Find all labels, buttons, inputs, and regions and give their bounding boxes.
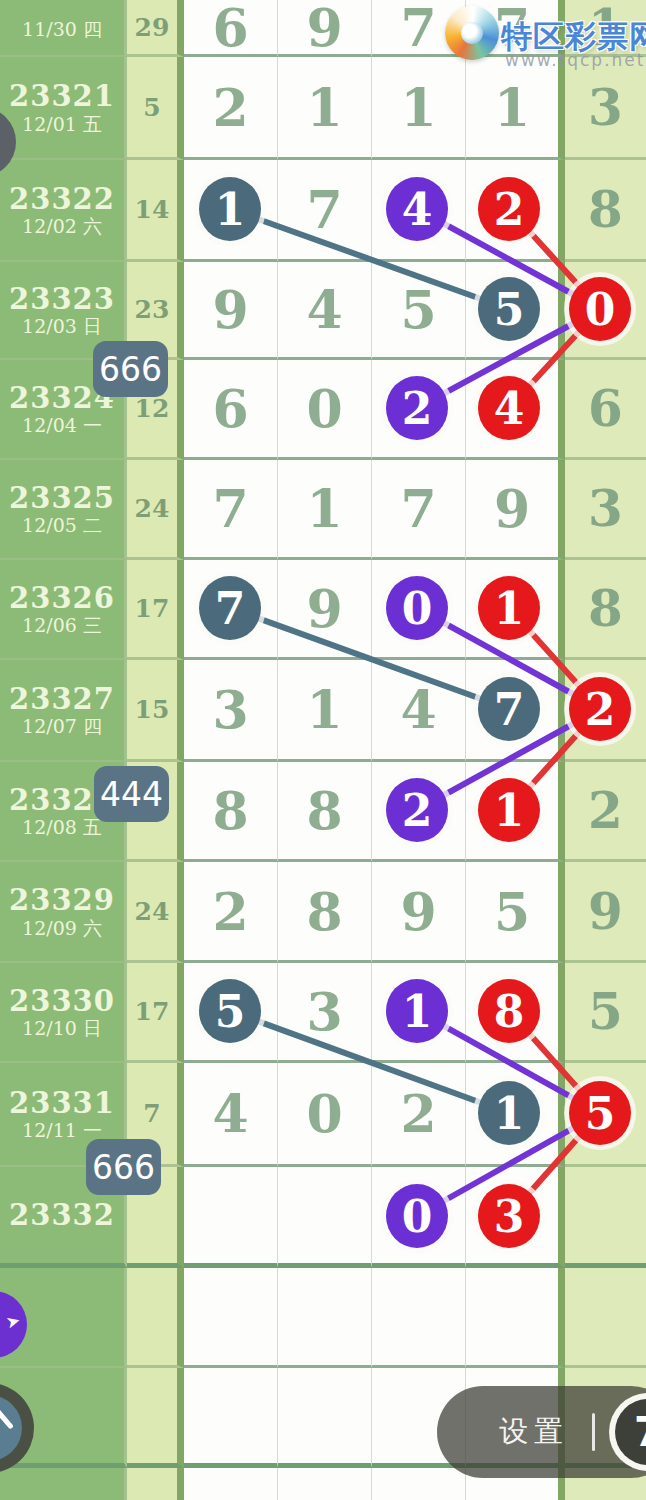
digit-cell: 0 — [278, 360, 372, 460]
issue-number: 23326 — [9, 583, 115, 613]
digit-cell: 7 — [278, 160, 372, 262]
last-digit-cell: 2 — [565, 762, 646, 862]
digit-cell: 4 — [184, 1063, 278, 1167]
digit-cell: 1 — [466, 57, 565, 160]
trend-grid: 11/30 四29697712332112/01 五5211132332212/… — [0, 0, 646, 1500]
digit-cell: 3 — [278, 963, 372, 1063]
issue-number: 23329 — [9, 885, 115, 915]
digit-cell: 0 — [278, 1063, 372, 1167]
draw-date: 12/07 四 — [22, 717, 102, 736]
digit-cell: 2 — [372, 1063, 466, 1167]
circled-digit-red: 8 — [478, 979, 540, 1043]
digit-cell: 7 — [184, 460, 278, 560]
logo-swirl-icon — [445, 6, 499, 60]
digit-cell: 6 — [184, 360, 278, 460]
circled-digit-slate: 5 — [199, 979, 261, 1043]
b-value-cell: 5 — [127, 57, 184, 160]
draw-date: 12/03 日 — [22, 317, 102, 336]
digit-cell — [278, 1368, 372, 1468]
issue-cell: 2332112/01 五 — [0, 57, 127, 160]
annotation-chip[interactable]: 666 — [86, 1139, 161, 1195]
circled-digit-red: 2 — [569, 677, 631, 741]
last-digit-cell: 3 — [565, 57, 646, 160]
digit-cell: 2 — [184, 862, 278, 963]
chart-row: 2332212/02 六1478 — [0, 160, 646, 262]
annotation-chip[interactable]: 444 — [94, 766, 169, 822]
digit-cell: 8 — [278, 862, 372, 963]
digit-cell: 1 — [372, 57, 466, 160]
circled-digit-slate: 5 — [478, 277, 540, 341]
issue-number: 23330 — [9, 986, 115, 1016]
chart-row: 2332612/06 三1798 — [0, 560, 646, 660]
issue-number: 23321 — [9, 81, 115, 111]
b-value-cell: 15 — [127, 660, 184, 762]
circled-digit-purple: 1 — [386, 979, 448, 1043]
last-digit-cell: 6 — [565, 360, 646, 460]
digit-cell — [184, 1368, 278, 1468]
digit-cell: 9 — [184, 262, 278, 360]
last-digit-cell: 8 — [565, 160, 646, 262]
circled-digit-purple: 0 — [386, 1184, 448, 1248]
circled-digit-slate: 1 — [199, 177, 261, 241]
draw-date: 12/05 二 — [22, 516, 102, 535]
digit-cell: 4 — [278, 262, 372, 360]
digit-cell: 9 — [372, 862, 466, 963]
digit-cell: 2 — [184, 57, 278, 160]
issue-cell: 2332512/05 二 — [0, 460, 127, 560]
digit-cell: 1 — [278, 57, 372, 160]
digit-cell — [184, 1167, 278, 1268]
b-value-cell: 29 — [127, 0, 184, 57]
b-value-cell — [127, 1268, 184, 1368]
draw-date: 12/08 五 — [22, 818, 102, 837]
issue-cell: 11/30 四 — [0, 0, 127, 57]
digit-tool-button[interactable]: 7 — [609, 1393, 646, 1471]
chart-row: 2332112/01 五521113 — [0, 57, 646, 160]
digit-tool-glyph: 7 — [615, 1399, 646, 1465]
circled-digit-slate: 7 — [478, 677, 540, 741]
circled-digit-purple: 2 — [386, 376, 448, 440]
arrow-icon: ➤ — [3, 1309, 22, 1332]
b-value-cell: 24 — [127, 862, 184, 963]
issue-cell: 2332212/02 六 — [0, 160, 127, 262]
b-value-cell: 24 — [127, 460, 184, 560]
last-digit-cell — [565, 1268, 646, 1368]
issue-number: 23325 — [9, 483, 115, 513]
last-digit-cell: 8 — [565, 560, 646, 660]
digit-cell — [184, 1268, 278, 1368]
circled-digit-purple: 0 — [386, 576, 448, 640]
circled-digit-red: 0 — [569, 277, 631, 341]
chart-row: 2332912/09 六2428959 — [0, 862, 646, 963]
circled-digit-red: 4 — [478, 376, 540, 440]
digit-cell: 8 — [278, 762, 372, 862]
digit-cell: 4 — [372, 660, 466, 762]
circled-digit-red: 3 — [478, 1184, 540, 1248]
digit-cell — [372, 1468, 466, 1500]
circled-digit-red: 2 — [478, 177, 540, 241]
b-value-cell — [127, 1368, 184, 1468]
last-digit-cell — [565, 1167, 646, 1268]
digit-cell — [278, 1468, 372, 1500]
circled-digit-red: 1 — [478, 778, 540, 842]
issue-number: 23332 — [9, 1200, 115, 1230]
circled-digit-slate: 7 — [199, 576, 261, 640]
issue-cell: 2332712/07 四 — [0, 660, 127, 762]
digit-cell: 1 — [278, 460, 372, 560]
issue-number: 23322 — [9, 184, 115, 214]
draw-date: 12/04 一 — [22, 416, 102, 435]
digit-cell: 9 — [278, 0, 372, 57]
issue-number: 23323 — [9, 284, 115, 314]
digit-cell — [372, 1268, 466, 1368]
annotation-chip[interactable]: 666 — [93, 341, 168, 397]
digit-cell: 9 — [466, 460, 565, 560]
issue-cell: 2333012/10 日 — [0, 963, 127, 1063]
issue-number: 23327 — [9, 684, 115, 714]
digit-cell: 7 — [372, 460, 466, 560]
digit-cell — [278, 1268, 372, 1368]
chart-row: 2332512/05 二2471793 — [0, 460, 646, 560]
circled-digit-slate: 1 — [478, 1081, 540, 1145]
draw-date: 11/30 四 — [22, 20, 102, 39]
digit-cell: 1 — [278, 660, 372, 762]
digit-cell: 3 — [184, 660, 278, 762]
issue-cell — [0, 1468, 127, 1500]
pill-divider — [592, 1413, 595, 1451]
last-digit-cell: 5 — [565, 963, 646, 1063]
issue-number: 23331 — [9, 1088, 115, 1118]
draw-date: 12/09 六 — [22, 919, 102, 938]
last-digit-cell: 9 — [565, 862, 646, 963]
circled-digit-purple: 2 — [386, 778, 448, 842]
b-value-cell: 14 — [127, 160, 184, 262]
settings-pill: 设置 7 — [437, 1386, 646, 1478]
issue-cell: 2332612/06 三 — [0, 560, 127, 660]
digit-cell: 5 — [466, 862, 565, 963]
digit-cell — [466, 1268, 565, 1368]
digit-cell: 9 — [278, 560, 372, 660]
circled-digit-red: 5 — [569, 1081, 631, 1145]
digit-cell — [278, 1167, 372, 1268]
digit-cell — [184, 1468, 278, 1500]
digit-cell: 5 — [372, 262, 466, 360]
draw-date: 12/11 一 — [22, 1121, 102, 1140]
draw-date: 12/10 日 — [22, 1019, 102, 1038]
digit-cell: 8 — [184, 762, 278, 862]
draw-date: 12/02 六 — [22, 217, 102, 236]
b-value-cell: 17 — [127, 963, 184, 1063]
draw-date: 12/06 三 — [22, 616, 102, 635]
chart-row — [0, 1268, 646, 1368]
settings-button[interactable]: 设置 — [499, 1412, 569, 1452]
chart-row: 2332712/07 四15314 — [0, 660, 646, 762]
circled-digit-red: 1 — [478, 576, 540, 640]
draw-date: 12/01 五 — [22, 115, 102, 134]
issue-cell: 2332912/09 六 — [0, 862, 127, 963]
digit-cell: 6 — [184, 0, 278, 57]
circled-digit-purple: 4 — [386, 177, 448, 241]
b-value-cell: 17 — [127, 560, 184, 660]
last-digit-cell: 3 — [565, 460, 646, 560]
b-value-cell — [127, 1468, 184, 1500]
chart-row: 2333012/10 日1735 — [0, 963, 646, 1063]
logo-watermark: www.tqcp.net — [505, 50, 645, 70]
lottery-trend-screen: 11/30 四29697712332112/01 五5211132332212/… — [0, 0, 646, 1500]
